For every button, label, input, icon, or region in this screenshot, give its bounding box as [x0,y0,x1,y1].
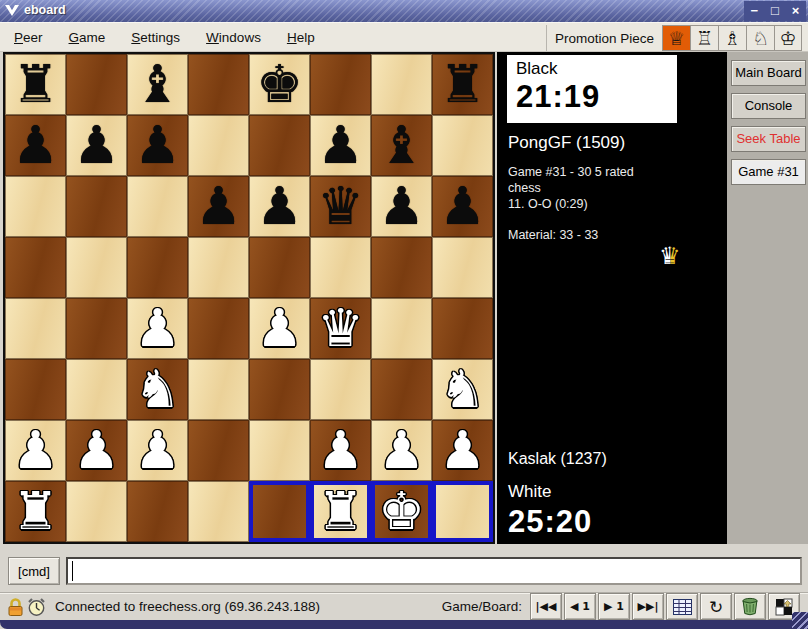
connection-status: Connected to freechess.org (69.36.243.18… [55,599,320,614]
square-f6[interactable]: ♛ [310,176,371,237]
game-info-line: chess [508,180,634,196]
cmd-button[interactable]: [cmd] [8,557,60,585]
black-player-name: PongGF (1509) [508,133,625,153]
promotion-piece-label: Promotion Piece [555,31,654,46]
square-b2[interactable]: ♟ [66,420,127,481]
square-e7[interactable] [249,115,310,176]
eboard-window: eboard −□× PeerGameSettingsWindowsHelp P… [0,0,808,629]
square-h5[interactable] [432,237,493,298]
flip-board-icon [775,598,793,616]
square-g8[interactable] [371,54,432,115]
square-e5[interactable] [249,237,310,298]
game-description: Game #31 - 30 5 rated chess 11. O-O (0:2… [508,164,634,212]
white-info-block: Kaslak (1237) White 25:20 [508,450,607,540]
promotion-rook-button[interactable]: ♖ [690,25,718,51]
black-clock-box: Black 21:19 [507,55,677,123]
square-c1[interactable] [127,481,188,542]
square-f5[interactable] [310,237,371,298]
square-a2[interactable]: ♟ [5,420,66,481]
square-b8[interactable] [66,54,127,115]
black-pawn[interactable]: ♟ [439,176,486,237]
window-controls: −□× [744,1,806,21]
square-a3[interactable] [5,359,66,420]
white-pawn[interactable]: ♟ [378,420,425,481]
square-g7[interactable]: ♝ [371,115,432,176]
white-pawn[interactable]: ♟ [12,420,59,481]
square-g1[interactable]: ♚ [371,481,432,542]
menu-game[interactable]: Game [69,30,106,45]
titlebar-stripes [0,0,808,22]
white-pawn[interactable]: ♟ [256,298,303,359]
trash-icon [741,597,759,616]
black-bishop[interactable]: ♝ [378,115,425,176]
title-bar[interactable]: eboard −□× [0,0,808,22]
move-list-button[interactable] [666,593,698,620]
square-e3[interactable] [249,359,310,420]
square-d6[interactable]: ♟ [188,176,249,237]
menu-items: PeerGameSettingsWindowsHelp [0,30,315,45]
go-first-button[interactable]: |◀◀ [530,593,562,620]
black-pawn[interactable]: ♟ [195,176,242,237]
square-b5[interactable] [66,237,127,298]
square-f8[interactable] [310,54,371,115]
white-pawn[interactable]: ♟ [317,420,364,481]
black-pawn[interactable]: ♟ [134,115,181,176]
promotion-knight-button[interactable]: ♘ [746,25,774,51]
window-frame-bottom [0,620,808,629]
square-d5[interactable] [188,237,249,298]
square-d2[interactable] [188,420,249,481]
white-clock: 25:20 [508,504,607,540]
square-b6[interactable] [66,176,127,237]
game-board-label: Game/Board: [442,599,522,614]
square-c3[interactable]: ♞ [127,359,188,420]
promotion-king-button[interactable]: ♔ [774,25,802,51]
square-f3[interactable] [310,359,371,420]
menu-bar: PeerGameSettingsWindowsHelp Promotion Pi… [0,22,808,52]
square-f7[interactable]: ♟ [310,115,371,176]
square-h1[interactable] [432,481,493,542]
square-h6[interactable]: ♟ [432,176,493,237]
chess-board[interactable]: ♜♝♚♜♟♟♟♟♝♟♟♛♟♟♟♟♛♞♞♟♟♟♟♟♟♜♜♚ [3,52,495,544]
white-pawn[interactable]: ♟ [73,420,120,481]
discard-button[interactable] [734,593,766,620]
square-e8[interactable]: ♚ [249,54,310,115]
white-rook[interactable]: ♜ [317,481,364,542]
tab-strip: Main BoardConsoleSeek TableGame #31 [727,52,808,544]
square-b3[interactable] [66,359,127,420]
white-king[interactable]: ♚ [378,481,425,542]
go-last-button[interactable]: ▶▶| [632,593,664,620]
maximize-button[interactable]: □ [766,2,784,20]
white-knight[interactable]: ♞ [439,359,486,420]
square-d1[interactable] [188,481,249,542]
white-queen[interactable]: ♛ [317,298,364,359]
black-pawn[interactable]: ♟ [256,176,303,237]
menu-peer[interactable]: Peer [14,30,43,45]
material-balance: Material: 33 - 33 [508,228,598,242]
promotion-buttons: ♕♖♗♘♔ [662,25,802,51]
square-e2[interactable] [249,420,310,481]
white-rook[interactable]: ♜ [12,481,59,542]
square-b7[interactable]: ♟ [66,115,127,176]
square-c8[interactable]: ♝ [127,54,188,115]
black-bishop[interactable]: ♝ [134,54,181,115]
square-b4[interactable] [66,298,127,359]
minimize-button[interactable]: − [745,2,763,20]
square-a6[interactable] [5,176,66,237]
forward-one-button[interactable]: ▶ 1 [598,593,630,620]
square-g2[interactable]: ♟ [371,420,432,481]
square-e6[interactable]: ♟ [249,176,310,237]
square-a5[interactable] [5,237,66,298]
square-g6[interactable]: ♟ [371,176,432,237]
menu-help[interactable]: Help [287,30,315,45]
black-king[interactable]: ♚ [256,54,303,115]
square-b1[interactable] [66,481,127,542]
square-c6[interactable] [127,176,188,237]
tab-seek-table[interactable]: Seek Table [731,126,806,152]
square-d4[interactable] [188,298,249,359]
black-pawn[interactable]: ♟ [73,115,120,176]
square-h3[interactable]: ♞ [432,359,493,420]
tab-game-31[interactable]: Game #31 [731,159,806,185]
game-info-line: Game #31 - 30 5 rated [508,164,634,180]
square-e1[interactable] [249,481,310,542]
close-button[interactable]: × [787,2,805,20]
square-f2[interactable]: ♟ [310,420,371,481]
eboard-app-icon [4,3,20,22]
black-pawn[interactable]: ♟ [378,176,425,237]
last-move-line: 11. O-O (0:29) [508,196,634,212]
command-input[interactable] [66,557,802,585]
promotion-toolbar: Promotion Piece ♕♖♗♘♔ [546,25,802,51]
text-caret [72,561,73,581]
white-side-label: White [508,482,607,502]
square-h4[interactable] [432,298,493,359]
black-side-label: Black [507,55,677,79]
promotion-queen-button[interactable]: ♕ [662,25,690,51]
black-pawn[interactable]: ♟ [12,115,59,176]
black-pawn[interactable]: ♟ [317,115,364,176]
square-g3[interactable] [371,359,432,420]
square-a1[interactable]: ♜ [5,481,66,542]
square-e4[interactable]: ♟ [249,298,310,359]
square-c7[interactable]: ♟ [127,115,188,176]
white-knight[interactable]: ♞ [134,359,181,420]
square-f1[interactable]: ♜ [310,481,371,542]
black-queen[interactable]: ♛ [317,176,364,237]
black-rook[interactable]: ♜ [439,54,486,115]
resize-grip[interactable] [792,612,808,629]
refresh-button[interactable]: ↻ [700,593,732,620]
square-a4[interactable] [5,298,66,359]
square-d7[interactable] [188,115,249,176]
square-g4[interactable] [371,298,432,359]
menu-settings[interactable]: Settings [131,30,180,45]
white-player-name: Kaslak (1237) [508,450,607,468]
clock-icon [27,597,46,617]
white-pawn[interactable]: ♟ [134,298,181,359]
white-pawn[interactable]: ♟ [439,420,486,481]
lock-icon [7,597,24,617]
square-h7[interactable] [432,115,493,176]
square-c4[interactable]: ♟ [127,298,188,359]
square-a8[interactable]: ♜ [5,54,66,115]
mini-queen-icon: ♛ ♛ [659,242,685,270]
square-c5[interactable] [127,237,188,298]
menu-windows[interactable]: Windows [206,30,261,45]
square-c2[interactable]: ♟ [127,420,188,481]
game-info-panel: Black 21:19 PongGF (1509) Game #31 - 30 … [497,52,727,544]
window-title: eboard [24,3,66,17]
tab-console[interactable]: Console [731,93,806,119]
square-h2[interactable]: ♟ [432,420,493,481]
back-one-button[interactable]: ◀ 1 [564,593,596,620]
move-list-icon [673,599,692,615]
square-d3[interactable] [188,359,249,420]
nav-buttons: |◀◀◀ 1▶ 1▶▶|↻ [528,593,800,620]
square-a7[interactable]: ♟ [5,115,66,176]
tab-main-board[interactable]: Main Board [731,60,806,86]
square-d8[interactable] [188,54,249,115]
black-clock: 21:19 [507,79,677,115]
black-rook[interactable]: ♜ [12,54,59,115]
square-f4[interactable]: ♛ [310,298,371,359]
square-g5[interactable] [371,237,432,298]
white-pawn[interactable]: ♟ [134,420,181,481]
status-bar: Connected to freechess.org (69.36.243.18… [0,592,808,620]
game-navigation: Game/Board: |◀◀◀ 1▶ 1▶▶|↻ [442,593,808,620]
square-h8[interactable]: ♜ [432,54,493,115]
status-icons [0,597,46,617]
promotion-bishop-button[interactable]: ♗ [718,25,746,51]
